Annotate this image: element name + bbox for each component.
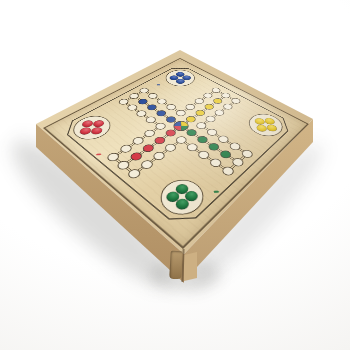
track-cell[interactable]	[131, 136, 145, 146]
track-cell[interactable]	[175, 109, 188, 117]
track-cell[interactable]	[143, 129, 157, 138]
track-cell[interactable]	[222, 103, 234, 110]
home-column-cell-yellow[interactable]	[194, 109, 206, 117]
home-column-cell-blue[interactable]	[137, 98, 149, 105]
yard-red	[67, 112, 117, 145]
track-cell[interactable]	[138, 87, 150, 94]
track-cell[interactable]	[144, 116, 157, 124]
track-cell[interactable]	[119, 144, 133, 154]
yard-green	[152, 174, 211, 222]
track-cell[interactable]	[139, 159, 154, 170]
track-cell[interactable]	[240, 149, 254, 159]
track-cell[interactable]	[210, 87, 221, 94]
home-column-cell-green[interactable]	[185, 128, 198, 137]
track-cell[interactable]	[147, 92, 159, 99]
paint-mark-red	[96, 154, 101, 156]
track-cell[interactable]	[184, 103, 196, 111]
home-column-cell-blue[interactable]	[165, 115, 178, 123]
photo-scene	[0, 0, 350, 350]
track-cell[interactable]	[128, 93, 140, 100]
home-column-cell-red[interactable]	[141, 143, 155, 153]
track-cell[interactable]	[117, 98, 129, 105]
track-cell[interactable]	[228, 142, 242, 152]
track-cell[interactable]	[106, 152, 121, 163]
box-finger-notch	[169, 251, 182, 280]
track-cell[interactable]	[208, 157, 222, 168]
home-column-cell-yellow[interactable]	[185, 115, 198, 123]
paint-mark-green	[214, 191, 219, 193]
home-column-cell-yellow[interactable]	[212, 97, 224, 104]
home-column-cell-blue[interactable]	[146, 104, 158, 112]
track-cell[interactable]	[217, 135, 230, 144]
track-cell[interactable]	[206, 128, 219, 137]
track-cell[interactable]	[165, 103, 177, 111]
track-cell[interactable]	[116, 160, 131, 171]
home-column-cell-red[interactable]	[129, 151, 144, 162]
track-cell[interactable]	[126, 104, 139, 112]
track-cell[interactable]	[163, 143, 177, 153]
track-cell[interactable]	[195, 121, 208, 130]
home-column-cell-green[interactable]	[207, 142, 221, 152]
yard-blue	[160, 67, 200, 89]
home-column-cell-red[interactable]	[164, 129, 177, 138]
track-cell[interactable]	[197, 150, 211, 160]
track-cell[interactable]	[152, 151, 167, 161]
paint-mark-blue	[157, 84, 161, 85]
track-cell[interactable]	[204, 115, 217, 123]
home-column-cell-red[interactable]	[153, 136, 167, 146]
yard-yellow	[243, 110, 289, 141]
track-cell[interactable]	[156, 98, 168, 105]
track-cell[interactable]	[126, 168, 142, 180]
track-cell[interactable]	[231, 157, 245, 168]
home-column-cell-blue[interactable]	[155, 109, 168, 117]
track-cell[interactable]	[202, 92, 214, 99]
track-cell[interactable]	[174, 135, 188, 144]
track-cell[interactable]	[135, 110, 148, 118]
track-cell[interactable]	[154, 122, 167, 131]
home-column-cell-green[interactable]	[196, 135, 210, 144]
track-cell[interactable]	[230, 97, 242, 104]
home-column-cell-green[interactable]	[219, 149, 233, 159]
track-cell[interactable]	[213, 109, 225, 117]
track-cell[interactable]	[221, 165, 236, 176]
home-column-cell-yellow[interactable]	[203, 103, 215, 111]
track-cell[interactable]	[185, 142, 199, 152]
track-cell[interactable]	[193, 98, 205, 105]
track-cell[interactable]	[220, 92, 231, 99]
